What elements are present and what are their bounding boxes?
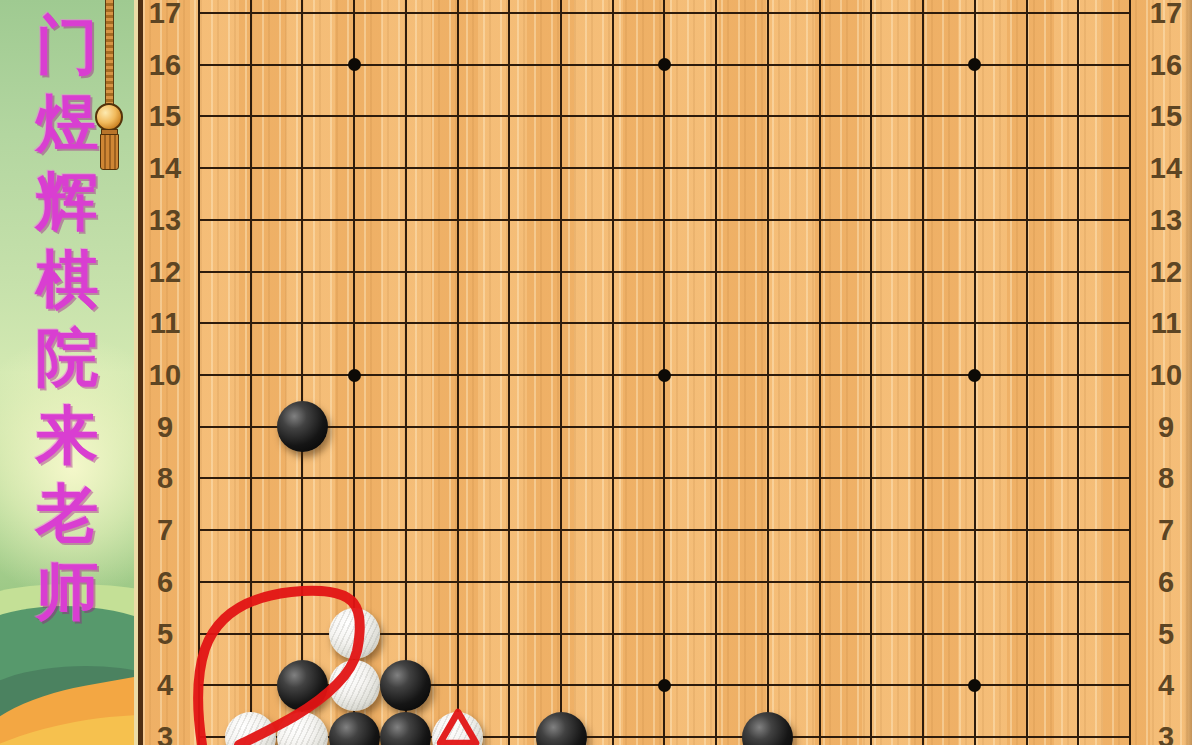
calligraphy-char-6: 来 (36, 396, 99, 474)
star-point (348, 369, 361, 382)
row-label-left: 14 (143, 151, 188, 185)
row-label-left: 17 (143, 0, 188, 30)
stone-white-C3[interactable] (277, 712, 328, 745)
star-point (348, 58, 361, 71)
row-label-right: 11 (1143, 306, 1189, 340)
row-label-right: 14 (1143, 151, 1189, 185)
row-label-left: 9 (143, 410, 188, 444)
grid-line-horizontal (198, 581, 1131, 583)
row-label-left: 13 (143, 203, 188, 237)
row-label-right: 17 (1143, 0, 1189, 30)
grid-line-horizontal (198, 477, 1131, 479)
stone-black-D3[interactable] (329, 712, 380, 745)
star-point (968, 58, 981, 71)
star-point (658, 679, 671, 692)
grid-line-horizontal (198, 167, 1131, 169)
go-board[interactable]: 1717161615151414131312121111101099887766… (143, 0, 1192, 745)
row-label-left: 4 (143, 668, 188, 702)
row-label-left: 3 (143, 720, 188, 745)
row-label-right: 4 (1143, 668, 1189, 702)
row-label-right: 3 (1143, 720, 1189, 745)
stone-black-C4[interactable] (277, 660, 328, 711)
calligraphy-char-3: 辉 (36, 162, 99, 240)
row-label-right: 5 (1143, 617, 1189, 651)
tassel-bead-icon (95, 103, 123, 131)
decorative-sidebar: 门煜辉棋院来老师 (0, 0, 134, 745)
row-label-right: 10 (1143, 358, 1189, 392)
row-label-left: 8 (143, 461, 188, 495)
row-label-left: 6 (143, 565, 188, 599)
stone-black-C9[interactable] (277, 401, 328, 452)
stone-black-E3[interactable] (380, 712, 431, 745)
calligraphy-char-1: 门 (36, 6, 99, 84)
row-label-right: 9 (1143, 410, 1189, 444)
row-label-left: 7 (143, 513, 188, 547)
star-point (968, 679, 981, 692)
tassel-fringe-icon (100, 134, 119, 170)
row-label-right: 16 (1143, 48, 1189, 82)
grid-line-horizontal (198, 529, 1131, 531)
grid-line-horizontal (198, 271, 1131, 273)
row-label-left: 5 (143, 617, 188, 651)
row-label-left: 15 (143, 99, 188, 133)
row-label-left: 16 (143, 48, 188, 82)
star-point (658, 369, 671, 382)
stone-white-D5[interactable] (329, 608, 380, 659)
row-label-right: 12 (1143, 255, 1189, 289)
star-point (968, 369, 981, 382)
stone-black-M3[interactable] (742, 712, 793, 745)
grid-line-horizontal (198, 219, 1131, 221)
row-label-right: 7 (1143, 513, 1189, 547)
stone-black-E4[interactable] (380, 660, 431, 711)
grid-line-horizontal (198, 115, 1131, 117)
grid-line-horizontal (198, 426, 1131, 428)
stone-black-H3[interactable] (536, 712, 587, 745)
row-label-left: 10 (143, 358, 188, 392)
calligraphy-char-4: 棋 (36, 240, 99, 318)
row-label-left: 12 (143, 255, 188, 289)
grid-line-horizontal (198, 12, 1131, 14)
row-label-right: 6 (1143, 565, 1189, 599)
tassel-cord-icon (105, 0, 114, 106)
calligraphy-char-7: 老 (36, 474, 99, 552)
screen: 门煜辉棋院来老师 1717161615151414131312121111101… (0, 0, 1192, 745)
grid-line-horizontal (198, 322, 1131, 324)
stone-white-F3[interactable] (432, 712, 483, 745)
star-point (658, 58, 671, 71)
calligraphy-char-2: 煜 (36, 84, 99, 162)
stone-white-B3[interactable] (225, 712, 276, 745)
row-label-left: 11 (143, 306, 188, 340)
row-label-right: 8 (1143, 461, 1189, 495)
row-label-right: 15 (1143, 99, 1189, 133)
calligraphy-char-8: 师 (36, 552, 99, 630)
calligraphy-char-5: 院 (36, 318, 99, 396)
stone-white-D4[interactable] (329, 660, 380, 711)
row-label-right: 13 (1143, 203, 1189, 237)
